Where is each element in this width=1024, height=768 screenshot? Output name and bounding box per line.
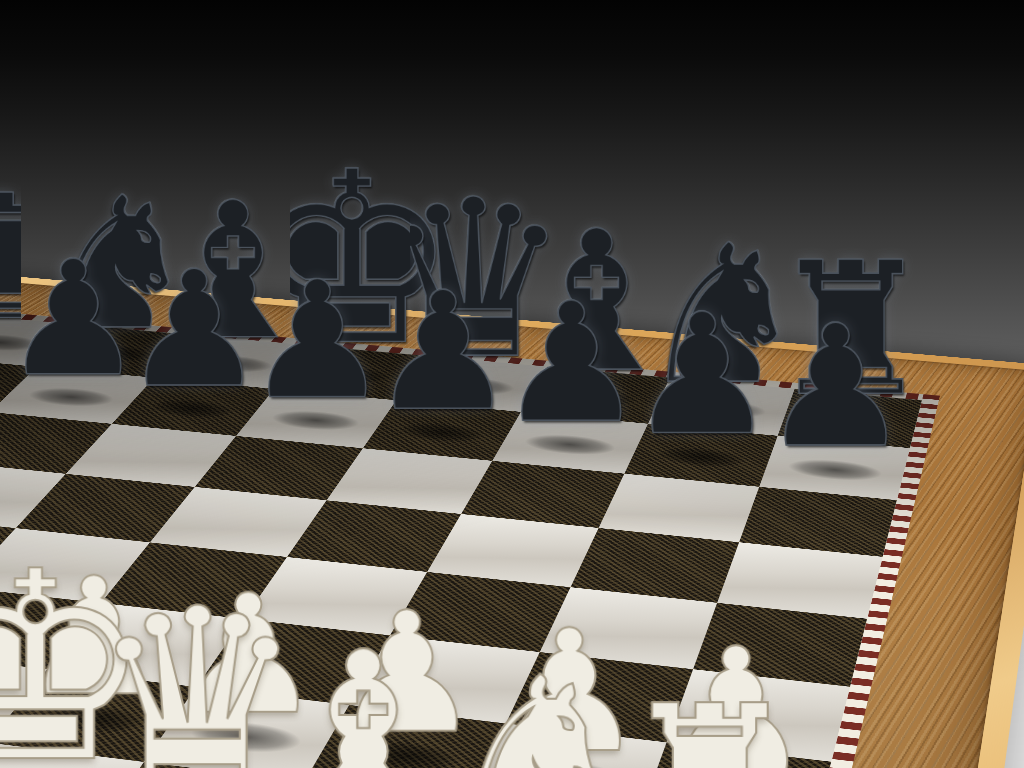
piece-black-pawn-g7[interactable]: ♟ [636,203,769,454]
piece-black-pawn-h7[interactable]: ♟ [768,213,903,467]
piece-white-rook-h1[interactable]: ♜ [620,541,799,768]
piece-glyph: ♜ [618,683,802,768]
piece-black-pawn-b7[interactable]: ♟ [10,156,137,395]
piece-white-bishop-f1[interactable]: ♝ [276,506,451,768]
piece-black-pawn-c7[interactable]: ♟ [130,165,258,406]
chessboard: ♜♞♝♚♛♝♞♜♟♟♟♟♟♟♟♟♟♟♟♟♟♟♟♟♜♞♝♚♛♝♞♜ [0,267,1024,768]
piece-white-queen-e1[interactable]: ♛ [111,489,283,768]
piece-black-pawn-e7[interactable]: ♟ [378,184,509,430]
scene: ♜♞♝♚♛♝♞♜♟♟♟♟♟♟♟♟♟♟♟♟♟♟♟♟♜♞♝♚♛♝♞♜ [0,0,1024,768]
piece-white-knight-g1[interactable]: ♞ [446,523,623,768]
piece-black-pawn-d7[interactable]: ♟ [253,174,382,418]
piece-glyph: ♝ [267,630,459,768]
piece-black-pawn-f7[interactable]: ♟ [505,193,637,442]
piece-glyph: ♞ [439,654,630,768]
page: ♜♞♝♚♛♝♞♜♟♟♟♟♟♟♟♟♟♟♟♟♟♟♟♟♜♞♝♚♛♝♞♜ [0,0,1024,768]
